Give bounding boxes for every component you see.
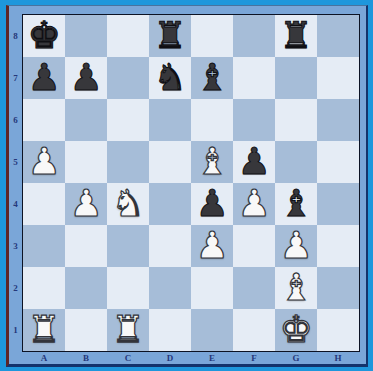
square-b8[interactable] <box>65 15 107 57</box>
rank-label-7: 7 <box>9 57 22 99</box>
square-c2[interactable] <box>107 267 149 309</box>
black-bishop-g4[interactable]: ♝ <box>279 183 312 225</box>
rank-label-1: 1 <box>9 309 22 351</box>
black-pawn-f5[interactable]: ♟ <box>237 141 270 183</box>
square-d2[interactable] <box>149 267 191 309</box>
square-c6[interactable] <box>107 99 149 141</box>
file-labels: ABCDEFGH <box>23 353 359 364</box>
white-bishop-e5[interactable]: ♝ <box>195 141 228 183</box>
white-pawn-g3[interactable]: ♟ <box>279 225 312 267</box>
square-a4[interactable] <box>23 183 65 225</box>
white-pawn-e3[interactable]: ♟ <box>195 225 228 267</box>
square-h2[interactable] <box>317 267 359 309</box>
square-a8[interactable]: ♚ <box>23 15 65 57</box>
square-c8[interactable] <box>107 15 149 57</box>
square-h6[interactable] <box>317 99 359 141</box>
square-g8[interactable]: ♜ <box>275 15 317 57</box>
file-label-c: C <box>107 353 149 364</box>
square-c5[interactable] <box>107 141 149 183</box>
black-knight-d7[interactable]: ♞ <box>153 57 186 99</box>
chess-board: ♚♜♜♟♟♞♝♟♝♟♟♞♟♟♝♟♟♝♜♜♚ <box>22 14 360 352</box>
file-label-g: G <box>275 353 317 364</box>
square-f7[interactable] <box>233 57 275 99</box>
rank-label-4: 4 <box>9 183 22 225</box>
file-label-e: E <box>191 353 233 364</box>
square-g2[interactable]: ♝ <box>275 267 317 309</box>
square-f4[interactable]: ♟ <box>233 183 275 225</box>
black-pawn-a7[interactable]: ♟ <box>27 57 60 99</box>
white-bishop-g2[interactable]: ♝ <box>279 267 312 309</box>
white-pawn-b4[interactable]: ♟ <box>69 183 102 225</box>
square-g3[interactable]: ♟ <box>275 225 317 267</box>
square-a2[interactable] <box>23 267 65 309</box>
square-f2[interactable] <box>233 267 275 309</box>
square-f8[interactable] <box>233 15 275 57</box>
black-pawn-e4[interactable]: ♟ <box>195 183 228 225</box>
rank-label-8: 8 <box>9 15 22 57</box>
file-label-d: D <box>149 353 191 364</box>
square-g1[interactable]: ♚ <box>275 309 317 351</box>
square-a5[interactable]: ♟ <box>23 141 65 183</box>
black-rook-g8[interactable]: ♜ <box>279 15 312 57</box>
file-label-f: F <box>233 353 275 364</box>
square-b3[interactable] <box>65 225 107 267</box>
square-e1[interactable] <box>191 309 233 351</box>
square-e3[interactable]: ♟ <box>191 225 233 267</box>
app-background: 87654321 ♚♜♜♟♟♞♝♟♝♟♟♞♟♟♝♟♟♝♜♜♚ ABCDEFGH <box>0 0 373 371</box>
square-a6[interactable] <box>23 99 65 141</box>
black-rook-d8[interactable]: ♜ <box>153 15 186 57</box>
square-a1[interactable]: ♜ <box>23 309 65 351</box>
square-g4[interactable]: ♝ <box>275 183 317 225</box>
square-b4[interactable]: ♟ <box>65 183 107 225</box>
white-pawn-f4[interactable]: ♟ <box>237 183 270 225</box>
square-h8[interactable] <box>317 15 359 57</box>
black-pawn-b7[interactable]: ♟ <box>69 57 102 99</box>
white-rook-c1[interactable]: ♜ <box>111 309 144 351</box>
square-c1[interactable]: ♜ <box>107 309 149 351</box>
square-e5[interactable]: ♝ <box>191 141 233 183</box>
chess-board-widget: 87654321 ♚♜♜♟♟♞♝♟♝♟♟♞♟♟♝♟♟♝♜♜♚ ABCDEFGH <box>6 5 368 367</box>
square-f3[interactable] <box>233 225 275 267</box>
file-label-a: A <box>23 353 65 364</box>
square-b2[interactable] <box>65 267 107 309</box>
black-king-a8[interactable]: ♚ <box>27 15 60 57</box>
square-d4[interactable] <box>149 183 191 225</box>
square-b5[interactable] <box>65 141 107 183</box>
square-h3[interactable] <box>317 225 359 267</box>
white-knight-c4[interactable]: ♞ <box>111 183 144 225</box>
rank-labels: 87654321 <box>9 15 22 351</box>
square-e7[interactable]: ♝ <box>191 57 233 99</box>
square-f1[interactable] <box>233 309 275 351</box>
square-c4[interactable]: ♞ <box>107 183 149 225</box>
square-g5[interactable] <box>275 141 317 183</box>
square-d3[interactable] <box>149 225 191 267</box>
square-b7[interactable]: ♟ <box>65 57 107 99</box>
rank-label-2: 2 <box>9 267 22 309</box>
square-d5[interactable] <box>149 141 191 183</box>
square-g6[interactable] <box>275 99 317 141</box>
square-e2[interactable] <box>191 267 233 309</box>
rank-label-6: 6 <box>9 99 22 141</box>
square-d6[interactable] <box>149 99 191 141</box>
square-a3[interactable] <box>23 225 65 267</box>
square-d1[interactable] <box>149 309 191 351</box>
square-b6[interactable] <box>65 99 107 141</box>
white-rook-a1[interactable]: ♜ <box>27 309 60 351</box>
square-h1[interactable] <box>317 309 359 351</box>
square-h7[interactable] <box>317 57 359 99</box>
square-d7[interactable]: ♞ <box>149 57 191 99</box>
square-f6[interactable] <box>233 99 275 141</box>
square-d8[interactable]: ♜ <box>149 15 191 57</box>
black-bishop-e7[interactable]: ♝ <box>195 57 228 99</box>
square-e4[interactable]: ♟ <box>191 183 233 225</box>
square-e6[interactable] <box>191 99 233 141</box>
file-label-h: H <box>317 353 359 364</box>
white-king-g1[interactable]: ♚ <box>279 309 312 351</box>
square-f5[interactable]: ♟ <box>233 141 275 183</box>
square-c7[interactable] <box>107 57 149 99</box>
square-e8[interactable] <box>191 15 233 57</box>
square-c3[interactable] <box>107 225 149 267</box>
rank-label-5: 5 <box>9 141 22 183</box>
square-b1[interactable] <box>65 309 107 351</box>
square-h4[interactable] <box>317 183 359 225</box>
file-label-b: B <box>65 353 107 364</box>
rank-label-3: 3 <box>9 225 22 267</box>
square-a7[interactable]: ♟ <box>23 57 65 99</box>
square-g7[interactable] <box>275 57 317 99</box>
square-h5[interactable] <box>317 141 359 183</box>
white-pawn-a5[interactable]: ♟ <box>27 141 60 183</box>
